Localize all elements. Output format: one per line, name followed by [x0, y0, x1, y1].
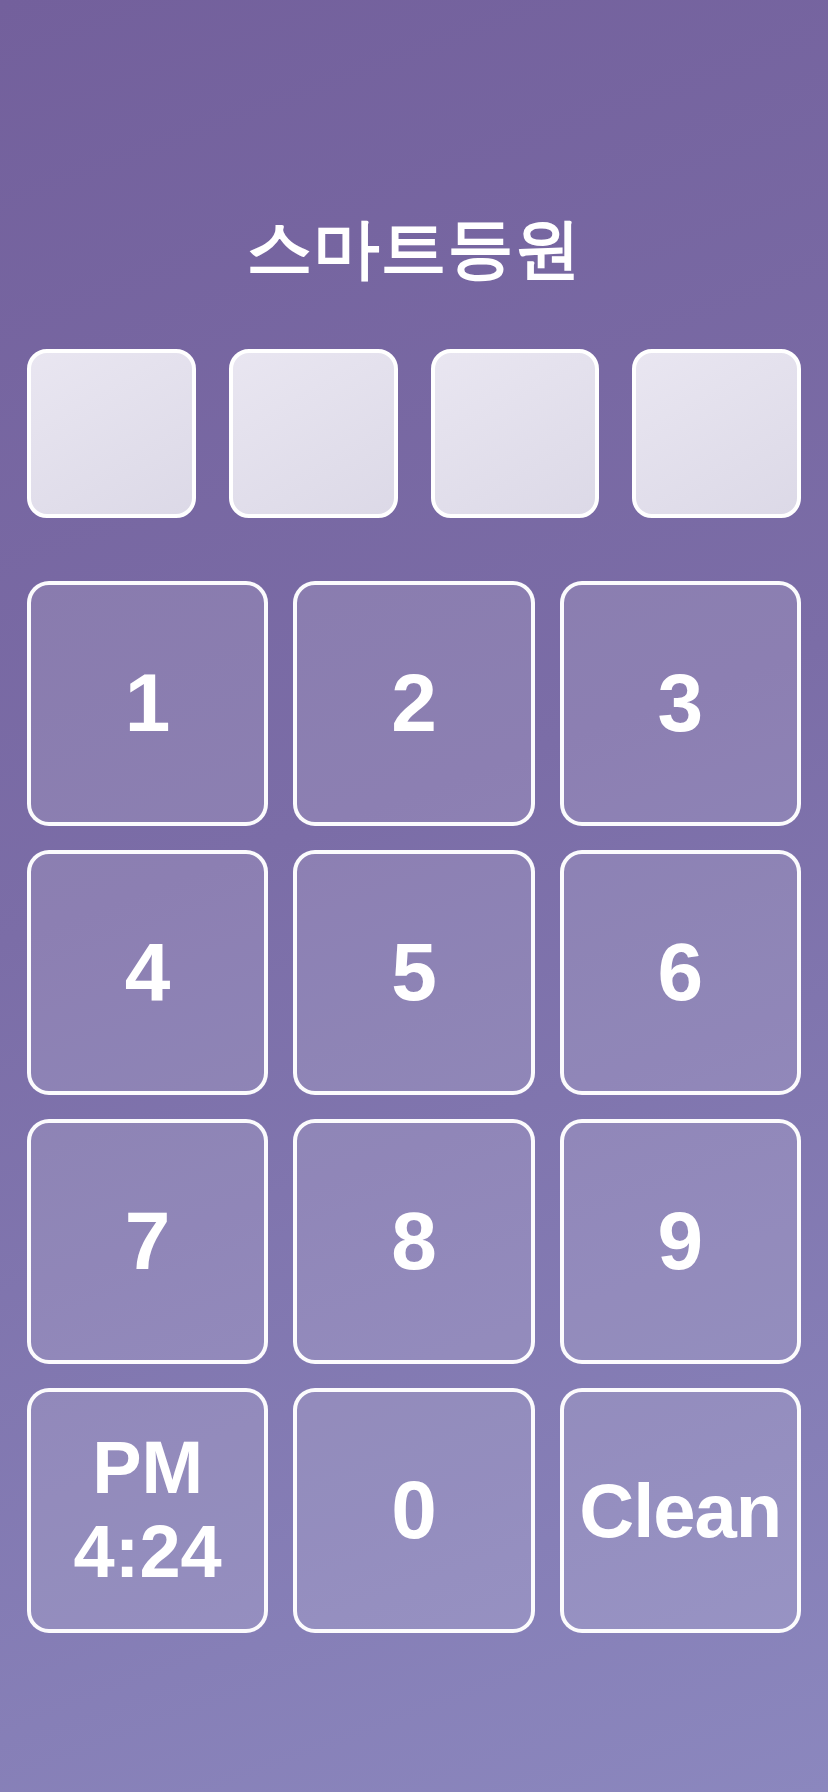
key-0-button[interactable]: 0: [293, 1388, 534, 1633]
key-7-button[interactable]: 7: [27, 1119, 268, 1364]
clock-meridiem-label: PM: [92, 1426, 203, 1510]
pin-display: [0, 349, 828, 518]
clock-time-label: 4:24: [74, 1510, 222, 1594]
clean-button[interactable]: Clean: [560, 1388, 801, 1633]
key-3-button[interactable]: 3: [560, 581, 801, 826]
key-1-button[interactable]: 1: [27, 581, 268, 826]
pin-slot-2: [229, 349, 398, 518]
key-9-button[interactable]: 9: [560, 1119, 801, 1364]
keypad: 1 2 3 4 5 6 7 8 9 PM 4:24 0 Clean: [0, 581, 828, 1633]
pin-slot-3: [431, 349, 600, 518]
pin-slot-1: [27, 349, 196, 518]
clock-key-button[interactable]: PM 4:24: [27, 1388, 268, 1633]
kiosk-screen: 스마트등원 1 2 3 4 5 6 7 8 9 PM 4:24 0 Clean: [0, 0, 828, 1792]
key-6-button[interactable]: 6: [560, 850, 801, 1095]
pin-slot-4: [632, 349, 801, 518]
key-4-button[interactable]: 4: [27, 850, 268, 1095]
key-8-button[interactable]: 8: [293, 1119, 534, 1364]
key-5-button[interactable]: 5: [293, 850, 534, 1095]
key-2-button[interactable]: 2: [293, 581, 534, 826]
app-title: 스마트등원: [0, 212, 828, 285]
